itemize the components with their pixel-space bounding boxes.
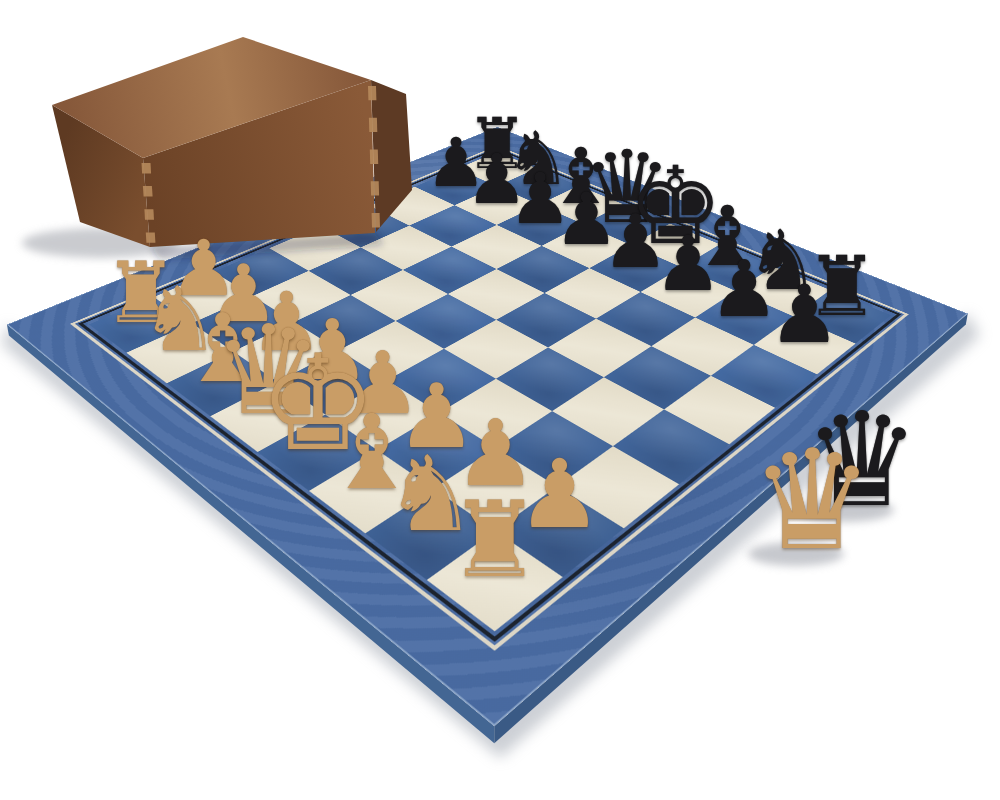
piece-black-pawn-h7[interactable]: ♟ — [769, 275, 841, 355]
spare-white-queen[interactable]: ♛ — [750, 432, 874, 570]
piece-white-rook-h1[interactable]: ♜ — [448, 488, 542, 593]
chess-set-scene: ♜♞♝♛♚♝♞♜♟♟♟♟♟♟♟♟♟♟♟♟♟♟♟♟♜♞♝♛♚♝♞♜♛♛ — [0, 0, 1000, 800]
